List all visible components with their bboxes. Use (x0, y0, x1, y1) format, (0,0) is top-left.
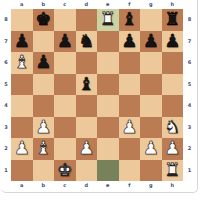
black-pawn[interactable]: ♟ (121, 32, 137, 50)
file-labels-bottom: abcdefgh (1, 181, 197, 191)
square-h2[interactable]: ♟ (162, 138, 184, 160)
square-g6[interactable] (140, 52, 162, 74)
white-pawn[interactable]: ♟ (14, 139, 30, 157)
square-c2[interactable] (54, 138, 76, 160)
square-d7[interactable]: ♞ (76, 31, 98, 53)
rank-label-left-6: 6 (1, 52, 11, 74)
file-label-bottom-d: d (76, 181, 98, 191)
square-g3[interactable] (140, 117, 162, 139)
page-background: abcdefgh 87654321 ♚♜♝♜♟♟♞♟♟♟♝♟♝♟♟♞♟♝♟♟♟♚… (0, 0, 200, 200)
black-knight[interactable]: ♞ (78, 32, 94, 50)
black-pawn[interactable]: ♟ (35, 53, 51, 71)
square-e8[interactable]: ♜ (97, 9, 119, 31)
square-b7[interactable] (33, 31, 55, 53)
square-h5[interactable] (162, 74, 184, 96)
square-f4[interactable] (119, 95, 141, 117)
black-bishop[interactable]: ♝ (121, 10, 137, 28)
white-rook[interactable]: ♜ (100, 10, 116, 28)
square-c3[interactable] (54, 117, 76, 139)
square-h1[interactable]: ♜ (162, 160, 184, 182)
file-label-top-f: f (119, 0, 141, 9)
square-d8[interactable] (76, 9, 98, 31)
black-bishop[interactable]: ♝ (78, 75, 94, 93)
rank-label-right-3: 3 (183, 117, 196, 139)
file-label-top-h: h (162, 0, 184, 9)
square-e3[interactable] (97, 117, 119, 139)
white-pawn[interactable]: ♟ (164, 139, 180, 157)
white-pawn[interactable]: ♟ (143, 139, 159, 157)
chess-board-card: abcdefgh 87654321 ♚♜♝♜♟♟♞♟♟♟♝♟♝♟♟♞♟♝♟♟♟♚… (1, 0, 198, 193)
square-b5[interactable] (33, 74, 55, 96)
square-h7[interactable]: ♟ (162, 31, 184, 53)
rank-label-right-1: 1 (183, 160, 196, 182)
square-h6[interactable] (162, 52, 184, 74)
square-h4[interactable] (162, 95, 184, 117)
square-a3[interactable] (11, 117, 33, 139)
file-labels-top: abcdefgh (1, 0, 197, 9)
square-g1[interactable] (140, 160, 162, 182)
white-pawn[interactable]: ♟ (35, 118, 51, 136)
square-f7[interactable]: ♟ (119, 31, 141, 53)
file-label-top-d: d (76, 0, 98, 9)
file-label-top-a: a (11, 0, 33, 9)
square-c5[interactable] (54, 74, 76, 96)
square-b6[interactable]: ♟ (33, 52, 55, 74)
white-bishop[interactable]: ♝ (35, 139, 51, 157)
square-a8[interactable] (11, 9, 33, 31)
black-pawn[interactable]: ♟ (143, 32, 159, 50)
white-knight[interactable]: ♞ (164, 118, 180, 136)
square-c1[interactable]: ♚ (54, 160, 76, 182)
square-f8[interactable]: ♝ (119, 9, 141, 31)
rank-label-left-4: 4 (1, 95, 11, 117)
square-b3[interactable]: ♟ (33, 117, 55, 139)
square-f3[interactable]: ♟ (119, 117, 141, 139)
rank-label-right-8: 8 (183, 9, 196, 31)
black-pawn[interactable]: ♟ (164, 32, 180, 50)
rank-label-left-3: 3 (1, 117, 11, 139)
rank-labels-left: 87654321 (1, 9, 11, 181)
square-b8[interactable]: ♚ (33, 9, 55, 31)
square-e4[interactable] (97, 95, 119, 117)
black-rook[interactable]: ♜ (164, 10, 180, 28)
square-a2[interactable]: ♟ (11, 138, 33, 160)
black-king[interactable]: ♚ (35, 10, 51, 28)
square-f5[interactable] (119, 74, 141, 96)
square-e6[interactable] (97, 52, 119, 74)
file-label-bottom-f: f (119, 181, 141, 191)
rank-label-left-1: 1 (1, 160, 11, 182)
square-b4[interactable] (33, 95, 55, 117)
square-e7[interactable] (97, 31, 119, 53)
rank-label-right-5: 5 (183, 74, 196, 96)
rank-label-left-8: 8 (1, 9, 11, 31)
square-b2[interactable]: ♝ (33, 138, 55, 160)
square-c7[interactable]: ♟ (54, 31, 76, 53)
square-c6[interactable] (54, 52, 76, 74)
file-label-bottom-h: h (162, 181, 184, 191)
square-d6[interactable] (76, 52, 98, 74)
rank-label-right-6: 6 (183, 52, 196, 74)
rank-label-left-2: 2 (1, 138, 11, 160)
square-a5[interactable] (11, 74, 33, 96)
square-d3[interactable] (76, 117, 98, 139)
rank-label-left-7: 7 (1, 31, 11, 53)
square-g8[interactable] (140, 9, 162, 31)
square-a6[interactable]: ♝ (11, 52, 33, 74)
square-h8[interactable]: ♜ (162, 9, 184, 31)
square-g4[interactable] (140, 95, 162, 117)
rank-label-right-7: 7 (183, 31, 196, 53)
square-g5[interactable] (140, 74, 162, 96)
chess-board: ♚♜♝♜♟♟♞♟♟♟♝♟♝♟♟♞♟♝♟♟♟♚♜ (11, 9, 183, 181)
square-a4[interactable] (11, 95, 33, 117)
rank-label-right-4: 4 (183, 95, 196, 117)
square-d1[interactable] (76, 160, 98, 182)
rank-labels-right: 87654321 (183, 9, 196, 181)
square-d5[interactable]: ♝ (76, 74, 98, 96)
file-label-bottom-e: e (97, 181, 119, 191)
white-rook[interactable]: ♜ (164, 161, 180, 179)
square-f6[interactable] (119, 52, 141, 74)
rank-label-right-2: 2 (183, 138, 196, 160)
square-g7[interactable]: ♟ (140, 31, 162, 53)
square-a1[interactable] (11, 160, 33, 182)
square-g2[interactable]: ♟ (140, 138, 162, 160)
square-e2[interactable] (97, 138, 119, 160)
square-a7[interactable]: ♟ (11, 31, 33, 53)
square-c8[interactable] (54, 9, 76, 31)
square-h3[interactable]: ♞ (162, 117, 184, 139)
file-label-top-c: c (54, 0, 76, 9)
file-label-bottom-g: g (140, 181, 162, 191)
white-king[interactable]: ♚ (57, 161, 73, 179)
white-bishop[interactable]: ♝ (14, 53, 30, 71)
file-label-top-e: e (97, 0, 119, 9)
file-label-top-g: g (140, 0, 162, 9)
square-d4[interactable] (76, 95, 98, 117)
square-b1[interactable] (33, 160, 55, 182)
board-middle-band: 87654321 ♚♜♝♜♟♟♞♟♟♟♝♟♝♟♟♞♟♝♟♟♟♚♜ 8765432… (1, 9, 197, 181)
square-c4[interactable] (54, 95, 76, 117)
square-f1[interactable] (119, 160, 141, 182)
file-label-top-b: b (33, 0, 55, 9)
square-e5[interactable] (97, 74, 119, 96)
white-pawn[interactable]: ♟ (78, 139, 94, 157)
black-pawn[interactable]: ♟ (14, 32, 30, 50)
file-label-bottom-b: b (33, 181, 55, 191)
square-d2[interactable]: ♟ (76, 138, 98, 160)
square-f2[interactable] (119, 138, 141, 160)
black-pawn[interactable]: ♟ (57, 32, 73, 50)
rank-label-left-5: 5 (1, 74, 11, 96)
file-label-bottom-a: a (11, 181, 33, 191)
file-label-bottom-c: c (54, 181, 76, 191)
square-e1[interactable] (97, 160, 119, 182)
white-pawn[interactable]: ♟ (121, 118, 137, 136)
